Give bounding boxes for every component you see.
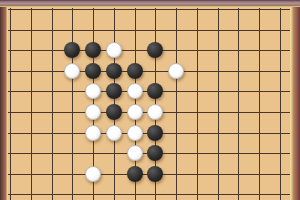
- white-stone: [85, 83, 101, 99]
- black-stone: [147, 125, 163, 141]
- grid-line-vertical: [238, 8, 239, 200]
- white-stone: [127, 104, 143, 120]
- white-stone: [127, 145, 143, 161]
- white-stone: [127, 83, 143, 99]
- white-stone: [85, 166, 101, 182]
- black-stone: [147, 83, 163, 99]
- grid-line-vertical: [176, 8, 177, 200]
- grid-line-vertical: [218, 8, 219, 200]
- gomoku-board[interactable]: [0, 0, 300, 200]
- white-stone: [64, 63, 80, 79]
- black-stone: [85, 63, 101, 79]
- board-frame-right: [290, 7, 300, 200]
- black-stone: [106, 63, 122, 79]
- black-stone: [127, 63, 143, 79]
- game-screenshot: [0, 0, 300, 200]
- grid-line-horizontal: [8, 9, 290, 10]
- black-stone: [147, 42, 163, 58]
- board-frame-top: [0, 0, 300, 8]
- grid-line-vertical: [280, 8, 281, 200]
- white-stone: [168, 63, 184, 79]
- black-stone: [64, 42, 80, 58]
- white-stone: [127, 125, 143, 141]
- grid-line-vertical: [52, 8, 53, 200]
- black-stone: [106, 104, 122, 120]
- black-stone: [106, 83, 122, 99]
- black-stone: [127, 166, 143, 182]
- grid-line-vertical: [31, 8, 32, 200]
- grid-line-horizontal: [8, 30, 290, 31]
- white-stone: [106, 125, 122, 141]
- black-stone: [147, 166, 163, 182]
- grid-line-vertical: [197, 8, 198, 200]
- grid-line-horizontal: [8, 194, 290, 195]
- board-frame-left: [0, 7, 8, 200]
- grid-line-vertical: [10, 8, 11, 200]
- grid-line-vertical: [259, 8, 260, 200]
- grid-line-vertical: [72, 8, 73, 200]
- white-stone: [85, 104, 101, 120]
- white-stone: [85, 125, 101, 141]
- white-stone: [147, 104, 163, 120]
- grid-line-horizontal: [8, 71, 290, 72]
- black-stone: [147, 145, 163, 161]
- white-stone: [106, 42, 122, 58]
- black-stone: [85, 42, 101, 58]
